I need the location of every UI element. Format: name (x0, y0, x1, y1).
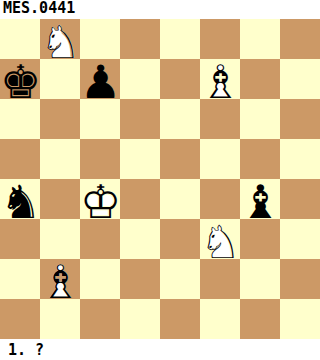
square-h6[interactable] (280, 99, 320, 139)
square-a1[interactable] (0, 299, 40, 339)
square-e4[interactable] (160, 179, 200, 219)
square-b5[interactable] (40, 139, 80, 179)
square-f2[interactable] (200, 259, 240, 299)
square-a6[interactable] (0, 99, 40, 139)
square-g7[interactable] (240, 59, 280, 99)
square-h2[interactable] (280, 259, 320, 299)
square-g8[interactable] (240, 19, 280, 59)
white-bishop-icon: ♝♗ (40, 259, 80, 299)
white-bishop-icon: ♝♗ (200, 59, 240, 99)
square-d6[interactable] (120, 99, 160, 139)
square-a4[interactable]: ♞ (0, 179, 40, 219)
square-h8[interactable] (280, 19, 320, 59)
square-g6[interactable] (240, 99, 280, 139)
square-h1[interactable] (280, 299, 320, 339)
square-h3[interactable] (280, 219, 320, 259)
square-f3[interactable]: ♞♘ (200, 219, 240, 259)
square-e3[interactable] (160, 219, 200, 259)
square-f8[interactable] (200, 19, 240, 59)
problem-id-label: MES.0441 (0, 0, 320, 19)
square-a7[interactable]: ♚ (0, 59, 40, 99)
square-g2[interactable] (240, 259, 280, 299)
square-f7[interactable]: ♝♗ (200, 59, 240, 99)
square-f6[interactable] (200, 99, 240, 139)
square-e8[interactable] (160, 19, 200, 59)
square-g3[interactable] (240, 219, 280, 259)
square-e1[interactable] (160, 299, 200, 339)
square-b4[interactable] (40, 179, 80, 219)
white-knight-icon: ♞♘ (40, 19, 80, 59)
square-g5[interactable] (240, 139, 280, 179)
square-d7[interactable] (120, 59, 160, 99)
square-e7[interactable] (160, 59, 200, 99)
square-b7[interactable] (40, 59, 80, 99)
white-king-icon: ♚♔ (80, 179, 120, 219)
chess-diagram-page: MES.0441 ♞♘♚♟♝♗♞♚♔♝♞♘♝♗ 1. ? (0, 0, 320, 360)
square-a3[interactable] (0, 219, 40, 259)
square-c8[interactable] (80, 19, 120, 59)
square-h4[interactable] (280, 179, 320, 219)
square-d2[interactable] (120, 259, 160, 299)
square-c1[interactable] (80, 299, 120, 339)
white-knight-icon: ♞♘ (200, 219, 240, 259)
square-b3[interactable] (40, 219, 80, 259)
chess-board: ♞♘♚♟♝♗♞♚♔♝♞♘♝♗ (0, 19, 320, 339)
square-g4[interactable]: ♝ (240, 179, 280, 219)
square-h7[interactable] (280, 59, 320, 99)
square-a2[interactable] (0, 259, 40, 299)
square-d3[interactable] (120, 219, 160, 259)
square-c3[interactable] (80, 219, 120, 259)
square-b8[interactable]: ♞♘ (40, 19, 80, 59)
black-bishop-icon: ♝ (240, 179, 280, 219)
square-b6[interactable] (40, 99, 80, 139)
square-c5[interactable] (80, 139, 120, 179)
square-e5[interactable] (160, 139, 200, 179)
square-c4[interactable]: ♚♔ (80, 179, 120, 219)
square-b1[interactable] (40, 299, 80, 339)
square-c6[interactable] (80, 99, 120, 139)
square-d1[interactable] (120, 299, 160, 339)
square-d5[interactable] (120, 139, 160, 179)
square-h5[interactable] (280, 139, 320, 179)
square-c7[interactable]: ♟ (80, 59, 120, 99)
square-d8[interactable] (120, 19, 160, 59)
square-g1[interactable] (240, 299, 280, 339)
square-f4[interactable] (200, 179, 240, 219)
square-b2[interactable]: ♝♗ (40, 259, 80, 299)
square-e2[interactable] (160, 259, 200, 299)
square-f1[interactable] (200, 299, 240, 339)
square-c2[interactable] (80, 259, 120, 299)
square-a8[interactable] (0, 19, 40, 59)
black-knight-icon: ♞ (0, 179, 40, 219)
square-a5[interactable] (0, 139, 40, 179)
square-e6[interactable] (160, 99, 200, 139)
black-pawn-icon: ♟ (80, 59, 120, 99)
square-f5[interactable] (200, 139, 240, 179)
square-d4[interactable] (120, 179, 160, 219)
black-king-icon: ♚ (0, 59, 40, 99)
move-prompt-label: 1. ? (0, 339, 320, 360)
